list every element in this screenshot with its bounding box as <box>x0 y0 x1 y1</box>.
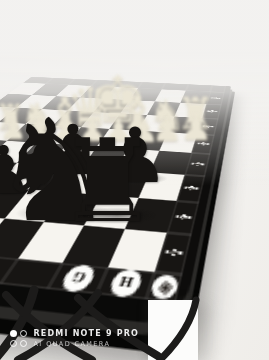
white-pawn[interactable]: ♟ <box>180 110 212 146</box>
table-pedestal <box>148 300 198 360</box>
rank-label-4: 4 <box>185 153 211 176</box>
watermark-line2: AI QUAD CAMERA <box>34 340 140 348</box>
camera-dot <box>10 330 17 337</box>
black-rook[interactable]: ♜ <box>56 124 159 239</box>
camera-dot <box>20 340 27 347</box>
watermark: REDMI NOTE 9 PRO AI QUAD CAMERA <box>10 329 139 348</box>
camera-dot <box>20 330 27 337</box>
rank-label-2: 2 <box>167 201 199 235</box>
rank-label-3: 3 <box>176 175 205 203</box>
quad-camera-icon <box>10 330 27 347</box>
rank-label-1: 1 <box>155 233 192 275</box>
watermark-line1: REDMI NOTE 9 PRO <box>34 329 140 338</box>
file-label-h: H <box>96 267 154 299</box>
camera-dot <box>10 340 17 347</box>
photo-frame: 87654321GH ♜♞♝♛♚♝♞♜♟♟♟♟♟♟♟♟♟♟♞♟♜ REDMI N… <box>0 0 269 360</box>
